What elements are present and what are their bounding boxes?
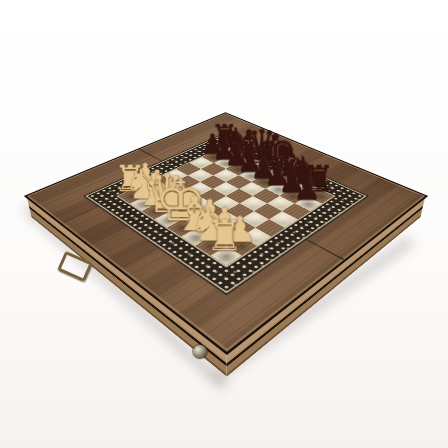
square-h7: ♟: [295, 196, 322, 211]
board-inlay-border: ♜♞♝♛♚♝♞♜♟♟♟♟♟♟♟♟♟♟♟♟♟♟♟♟♜♞♝♛♚♝♞♜: [87, 134, 364, 291]
piece-black-pawn: ♟: [272, 173, 342, 205]
photo-scene: ♜♞♝♛♚♝♞♜♟♟♟♟♟♟♟♟♟♟♟♟♟♟♟♟♜♞♝♛♚♝♞♜: [0, 0, 448, 448]
product-photo: ♜♞♝♛♚♝♞♜♟♟♟♟♟♟♟♟♟♟♟♟♟♟♟♟♜♞♝♛♚♝♞♜: [0, 0, 448, 448]
piece-white-rook: ♜: [185, 214, 265, 256]
metal-medallion-icon: [193, 345, 207, 358]
chess-board: ♜♞♝♛♚♝♞♜♟♟♟♟♟♟♟♟♟♟♟♟♟♟♟♟♜♞♝♛♚♝♞♜: [119, 146, 334, 266]
folding-chess-box: ♜♞♝♛♚♝♞♜♟♟♟♟♟♟♟♟♟♟♟♟♟♟♟♟♜♞♝♛♚♝♞♜: [24, 112, 428, 355]
square-h1: ♜: [211, 246, 242, 266]
